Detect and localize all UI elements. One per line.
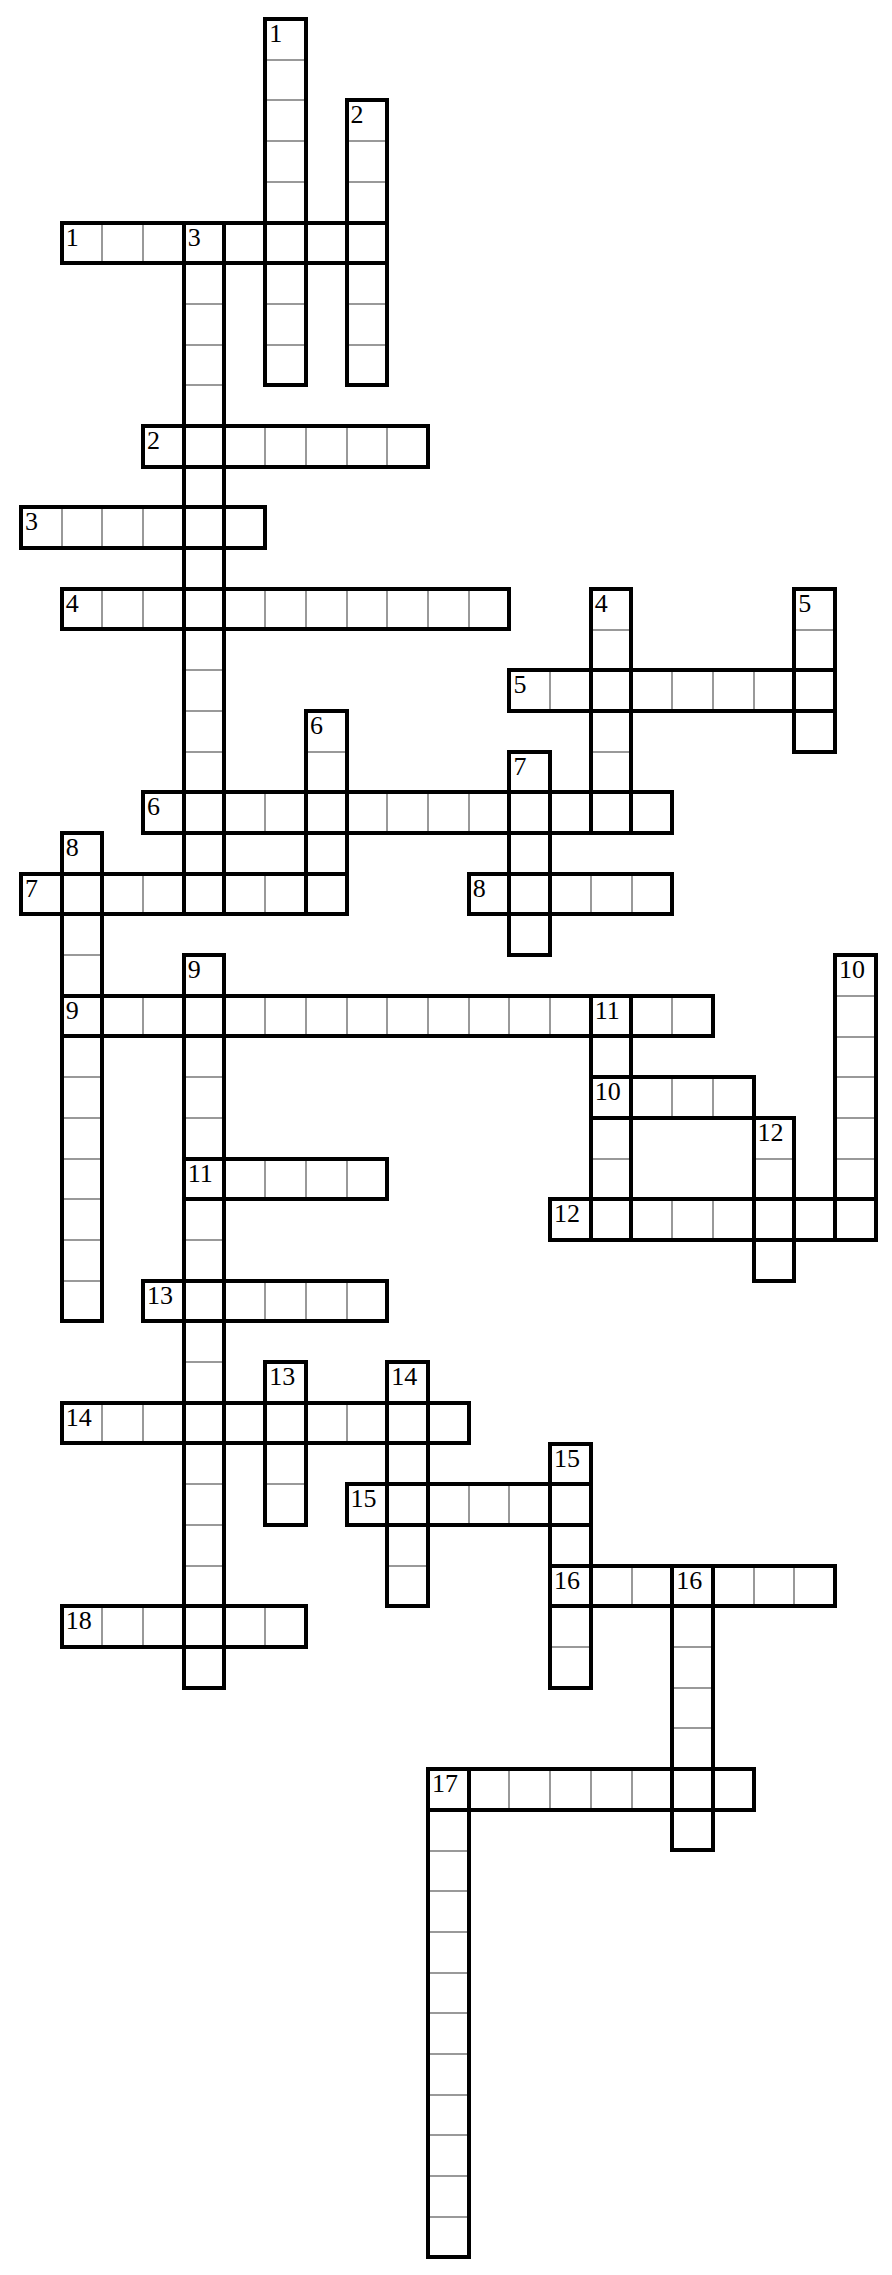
clue-number-13: 13 (147, 1283, 173, 1309)
clue-number-2: 2 (351, 102, 364, 128)
clue-number-4: 4 (66, 591, 79, 617)
clue-number-3: 3 (25, 509, 38, 535)
clue-number-16: 16 (676, 1568, 702, 1594)
clue-number-10: 10 (839, 957, 865, 983)
clue-number-14: 14 (66, 1405, 92, 1431)
clue-number-11: 11 (188, 1161, 213, 1187)
clue-number-2: 2 (147, 428, 160, 454)
clue-number-1: 1 (269, 21, 282, 47)
clue-numbers-layer: 1213234455676878910911101211121313141415… (0, 0, 892, 2275)
clue-number-10: 10 (595, 1079, 621, 1105)
clue-number-7: 7 (25, 876, 38, 902)
clue-number-5: 5 (798, 591, 811, 617)
clue-number-17: 17 (432, 1771, 458, 1797)
crossword-grid: 1213234455676878910911101211121313141415… (0, 0, 892, 2275)
clue-number-11: 11 (595, 998, 620, 1024)
clue-number-9: 9 (66, 998, 79, 1024)
clue-number-15: 15 (351, 1486, 377, 1512)
clue-number-1: 1 (66, 225, 79, 251)
clue-number-18: 18 (66, 1608, 92, 1634)
clue-number-3: 3 (188, 225, 201, 251)
clue-number-12: 12 (554, 1201, 580, 1227)
clue-number-8: 8 (473, 876, 486, 902)
clue-number-5: 5 (513, 672, 526, 698)
clue-number-12: 12 (758, 1120, 784, 1146)
clue-number-14: 14 (391, 1364, 417, 1390)
clue-number-4: 4 (595, 591, 608, 617)
clue-number-6: 6 (310, 713, 323, 739)
clue-number-15: 15 (554, 1446, 580, 1472)
clue-number-6: 6 (147, 794, 160, 820)
clue-number-9: 9 (188, 957, 201, 983)
clue-number-16: 16 (554, 1568, 580, 1594)
clue-number-8: 8 (66, 835, 79, 861)
clue-number-7: 7 (513, 754, 526, 780)
clue-number-13: 13 (269, 1364, 295, 1390)
